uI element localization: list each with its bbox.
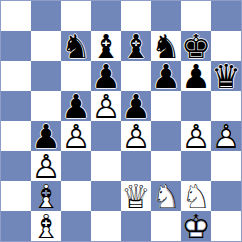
white-queen-outline: ♕: [121, 181, 151, 211]
square-b7[interactable]: [31, 31, 61, 61]
black-pawn-glyph: ♟: [151, 61, 181, 91]
white-pawn[interactable]: ♟♙: [121, 121, 151, 151]
black-knight-glyph: ♞: [61, 31, 91, 61]
white-knight-outline: ♘: [151, 181, 181, 211]
square-g6[interactable]: ♟: [181, 61, 211, 91]
white-pawn[interactable]: ♟♙: [61, 121, 91, 151]
square-e1[interactable]: [121, 211, 151, 241]
square-e4[interactable]: ♟♙: [121, 121, 151, 151]
black-queen-glyph: ♛: [211, 61, 241, 91]
white-bishop-outline: ♗: [31, 211, 61, 241]
square-c7[interactable]: ♞: [61, 31, 91, 61]
white-pawn-outline: ♙: [181, 121, 211, 151]
white-king[interactable]: ♚♔: [181, 211, 211, 241]
square-a2[interactable]: [1, 181, 31, 211]
square-f5[interactable]: [151, 91, 181, 121]
square-d3[interactable]: [91, 151, 121, 181]
square-h2[interactable]: [211, 181, 241, 211]
square-c1[interactable]: [61, 211, 91, 241]
square-h6[interactable]: ♛: [211, 61, 241, 91]
black-knight[interactable]: ♞: [61, 31, 91, 61]
white-king-outline: ♔: [181, 211, 211, 241]
white-knight[interactable]: ♞♘: [151, 181, 181, 211]
square-c3[interactable]: [61, 151, 91, 181]
square-a3[interactable]: [1, 151, 31, 181]
black-bishop[interactable]: ♝: [121, 31, 151, 61]
square-d2[interactable]: [91, 181, 121, 211]
square-h1[interactable]: [211, 211, 241, 241]
white-pawn-outline: ♙: [91, 91, 121, 121]
black-pawn[interactable]: ♟: [151, 61, 181, 91]
white-queen[interactable]: ♛♕: [121, 181, 151, 211]
white-bishop[interactable]: ♝♗: [31, 211, 61, 241]
white-pawn[interactable]: ♟♙: [211, 121, 241, 151]
white-pawn[interactable]: ♟♙: [181, 121, 211, 151]
square-a8[interactable]: [1, 1, 31, 31]
square-a1[interactable]: [1, 211, 31, 241]
black-pawn-glyph: ♟: [181, 61, 211, 91]
square-g4[interactable]: ♟♙: [181, 121, 211, 151]
white-pawn[interactable]: ♟♙: [91, 91, 121, 121]
white-pawn-outline: ♙: [61, 121, 91, 151]
square-c2[interactable]: [61, 181, 91, 211]
square-b1[interactable]: ♝♗: [31, 211, 61, 241]
square-g1[interactable]: ♚♔: [181, 211, 211, 241]
black-queen[interactable]: ♛: [211, 61, 241, 91]
square-a7[interactable]: [1, 31, 31, 61]
square-e7[interactable]: ♝: [121, 31, 151, 61]
square-d4[interactable]: [91, 121, 121, 151]
square-h8[interactable]: [211, 1, 241, 31]
black-bishop-glyph: ♝: [121, 31, 151, 61]
square-f4[interactable]: [151, 121, 181, 151]
chess-board: ♞♝♝♞♚♟♟♟♛♟♟♙♟♟♟♙♟♙♟♙♟♙♟♙♝♗♛♕♞♘♞♘♝♗♚♔: [0, 0, 242, 242]
square-e2[interactable]: ♛♕: [121, 181, 151, 211]
square-d5[interactable]: ♟♙: [91, 91, 121, 121]
black-pawn[interactable]: ♟: [181, 61, 211, 91]
square-f2[interactable]: ♞♘: [151, 181, 181, 211]
square-c4[interactable]: ♟♙: [61, 121, 91, 151]
square-d1[interactable]: [91, 211, 121, 241]
square-f1[interactable]: [151, 211, 181, 241]
square-h4[interactable]: ♟♙: [211, 121, 241, 151]
square-b6[interactable]: [31, 61, 61, 91]
square-h3[interactable]: [211, 151, 241, 181]
white-pawn-outline: ♙: [121, 121, 151, 151]
white-pawn-outline: ♙: [211, 121, 241, 151]
square-a6[interactable]: [1, 61, 31, 91]
square-a4[interactable]: [1, 121, 31, 151]
square-a5[interactable]: [1, 91, 31, 121]
square-b8[interactable]: [31, 1, 61, 31]
square-f6[interactable]: ♟: [151, 61, 181, 91]
